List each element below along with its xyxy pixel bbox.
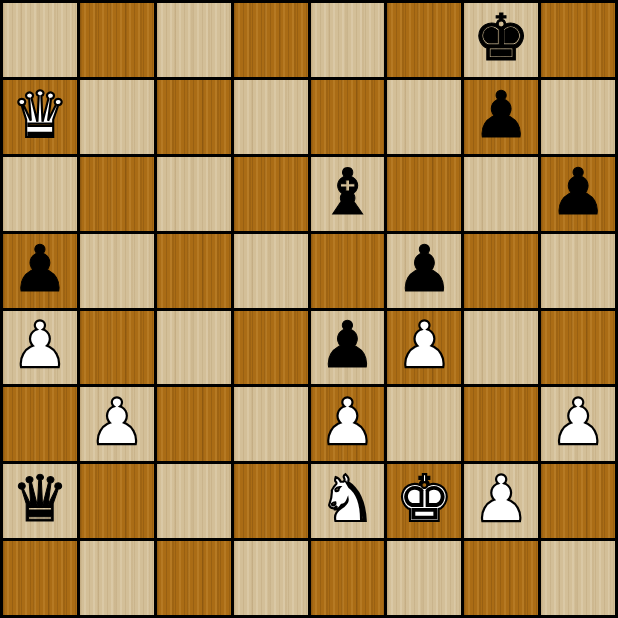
square-g8[interactable]: ♚ (464, 3, 538, 77)
square-e5[interactable] (311, 234, 385, 308)
square-a1[interactable] (3, 541, 77, 615)
square-d5[interactable] (234, 234, 308, 308)
square-d2[interactable] (234, 464, 308, 538)
white-pawn[interactable]: ♟ (473, 467, 530, 531)
black-pawn[interactable]: ♟ (319, 313, 376, 377)
square-g3[interactable] (464, 387, 538, 461)
square-f7[interactable] (387, 80, 461, 154)
white-pawn[interactable]: ♟ (549, 390, 606, 454)
square-e1[interactable] (311, 541, 385, 615)
square-c2[interactable] (157, 464, 231, 538)
square-g1[interactable] (464, 541, 538, 615)
square-f8[interactable] (387, 3, 461, 77)
white-pawn[interactable]: ♟ (88, 390, 145, 454)
square-b7[interactable] (80, 80, 154, 154)
square-c1[interactable] (157, 541, 231, 615)
square-h2[interactable] (541, 464, 615, 538)
black-pawn[interactable]: ♟ (11, 237, 68, 301)
square-h6[interactable]: ♟ (541, 157, 615, 231)
square-a5[interactable]: ♟ (3, 234, 77, 308)
square-c3[interactable] (157, 387, 231, 461)
square-a7[interactable]: ♛ (3, 80, 77, 154)
square-g6[interactable] (464, 157, 538, 231)
square-h3[interactable]: ♟ (541, 387, 615, 461)
square-h1[interactable] (541, 541, 615, 615)
square-f6[interactable] (387, 157, 461, 231)
square-g2[interactable]: ♟ (464, 464, 538, 538)
square-f3[interactable] (387, 387, 461, 461)
black-pawn[interactable]: ♟ (473, 83, 530, 147)
square-a8[interactable] (3, 3, 77, 77)
square-b4[interactable] (80, 311, 154, 385)
white-king[interactable]: ♚ (396, 467, 453, 531)
square-f5[interactable]: ♟ (387, 234, 461, 308)
square-d1[interactable] (234, 541, 308, 615)
black-bishop[interactable]: ♝ (319, 160, 376, 224)
white-queen[interactable]: ♛ (11, 83, 68, 147)
white-pawn[interactable]: ♟ (396, 313, 453, 377)
square-d7[interactable] (234, 80, 308, 154)
square-c6[interactable] (157, 157, 231, 231)
white-knight[interactable]: ♞ (319, 467, 376, 531)
square-e4[interactable]: ♟ (311, 311, 385, 385)
chess-board: ♚♛♟♝♟♟♟♟♟♟♟♟♟♛♞♚♟ (0, 0, 618, 618)
square-h8[interactable] (541, 3, 615, 77)
square-a6[interactable] (3, 157, 77, 231)
white-pawn[interactable]: ♟ (319, 390, 376, 454)
square-f4[interactable]: ♟ (387, 311, 461, 385)
square-f2[interactable]: ♚ (387, 464, 461, 538)
square-h7[interactable] (541, 80, 615, 154)
square-b2[interactable] (80, 464, 154, 538)
black-pawn[interactable]: ♟ (396, 237, 453, 301)
square-d6[interactable] (234, 157, 308, 231)
square-a2[interactable]: ♛ (3, 464, 77, 538)
square-e8[interactable] (311, 3, 385, 77)
square-b1[interactable] (80, 541, 154, 615)
square-g4[interactable] (464, 311, 538, 385)
square-c8[interactable] (157, 3, 231, 77)
square-a4[interactable]: ♟ (3, 311, 77, 385)
square-b3[interactable]: ♟ (80, 387, 154, 461)
black-pawn[interactable]: ♟ (549, 160, 606, 224)
square-e7[interactable] (311, 80, 385, 154)
square-d3[interactable] (234, 387, 308, 461)
square-e6[interactable]: ♝ (311, 157, 385, 231)
square-b6[interactable] (80, 157, 154, 231)
square-b8[interactable] (80, 3, 154, 77)
square-d8[interactable] (234, 3, 308, 77)
square-c4[interactable] (157, 311, 231, 385)
square-h4[interactable] (541, 311, 615, 385)
white-pawn[interactable]: ♟ (11, 313, 68, 377)
square-d4[interactable] (234, 311, 308, 385)
square-h5[interactable] (541, 234, 615, 308)
square-g7[interactable]: ♟ (464, 80, 538, 154)
black-king[interactable]: ♚ (473, 6, 530, 70)
black-queen[interactable]: ♛ (11, 467, 68, 531)
square-c7[interactable] (157, 80, 231, 154)
square-a3[interactable] (3, 387, 77, 461)
square-c5[interactable] (157, 234, 231, 308)
square-g5[interactable] (464, 234, 538, 308)
square-b5[interactable] (80, 234, 154, 308)
square-e2[interactable]: ♞ (311, 464, 385, 538)
square-f1[interactable] (387, 541, 461, 615)
square-e3[interactable]: ♟ (311, 387, 385, 461)
